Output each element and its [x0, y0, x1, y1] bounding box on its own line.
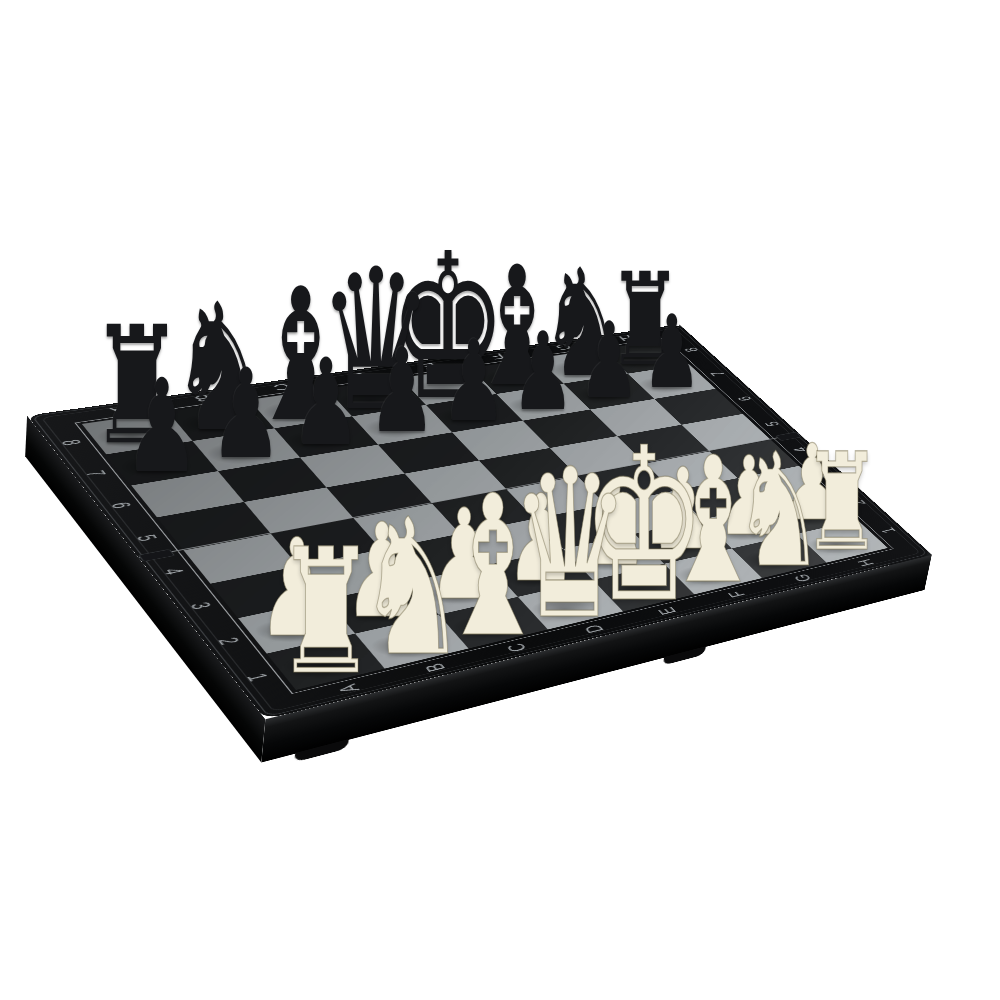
piece-black-pawn-b7[interactable]: ♟	[210, 352, 283, 476]
case-foot	[663, 646, 706, 665]
piece-black-pawn-d7[interactable]: ♟	[368, 334, 437, 450]
rank-label-left-1: 1	[243, 672, 272, 683]
piece-black-pawn-e7[interactable]: ♟	[441, 325, 507, 437]
piece-black-pawn-g7[interactable]: ♟	[578, 309, 640, 414]
case-foot	[294, 739, 349, 762]
piece-black-pawn-h7[interactable]: ♟	[642, 302, 702, 403]
rank-label-left-3: 3	[186, 600, 215, 610]
piece-white-rook-a1[interactable]: ♜	[275, 526, 377, 699]
rank-label-left-8: 8	[57, 438, 85, 446]
rank-label-left-4: 4	[159, 566, 188, 576]
piece-black-pawn-a7[interactable]: ♟	[124, 362, 200, 491]
pieces-layer: ♜♞♝♛♚♝♞♜♟♟♟♟♟♟♟♟♟♟♟♟♟♟♟♟♜♞♝♛♚♝♞♜	[0, 0, 1000, 1000]
rank-label-left-2: 2	[214, 636, 243, 647]
piece-black-pawn-c7[interactable]: ♟	[291, 343, 362, 463]
piece-black-pawn-f7[interactable]: ♟	[511, 317, 575, 425]
rank-label-right-7: 7	[708, 371, 728, 377]
product-photo-chess-set: 88AA77BB66CC55DD44EE33FF22GG11HH ♜♞♝♛♚♝♞…	[0, 0, 1000, 1000]
rank-label-left-6: 6	[107, 501, 135, 510]
rank-label-right-6: 6	[735, 395, 755, 401]
rank-label-left-5: 5	[133, 533, 161, 542]
hinge-left	[138, 549, 175, 562]
